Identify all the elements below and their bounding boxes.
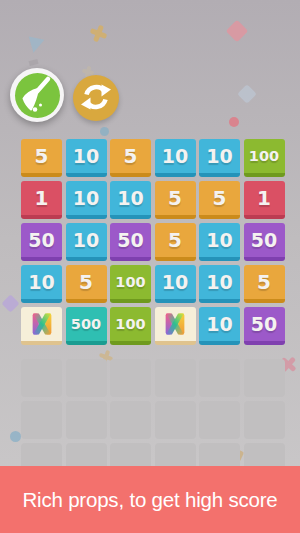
circle-confetti (100, 127, 109, 136)
empty-cell (155, 401, 196, 439)
number-tile[interactable]: 100 (244, 139, 285, 177)
number-tile[interactable]: 10 (199, 307, 240, 345)
circle-confetti (229, 117, 239, 127)
dash-confetti (29, 59, 39, 66)
number-tile[interactable]: 50 (244, 223, 285, 261)
number-tile[interactable]: 10 (110, 181, 151, 219)
broom-icon (15, 71, 60, 120)
number-tile[interactable]: 100 (110, 307, 151, 345)
number-tile[interactable]: 5 (110, 139, 151, 177)
number-tile[interactable]: 5 (244, 265, 285, 303)
clean-button[interactable] (10, 68, 64, 122)
promo-banner: Rich props, to get high score (0, 466, 300, 533)
screen: 5105101010011010551501050510501051001010… (0, 0, 300, 533)
promo-text: Rich props, to get high score (22, 488, 277, 512)
number-tile[interactable]: 10 (155, 139, 196, 177)
number-tile[interactable]: 10 (66, 181, 107, 219)
number-tile[interactable]: 10 (199, 265, 240, 303)
number-tile[interactable]: 10 (66, 223, 107, 261)
number-tile[interactable]: 5 (155, 181, 196, 219)
number-tile[interactable]: 10 (21, 265, 62, 303)
empty-cell (110, 359, 151, 397)
number-tile[interactable]: 5 (66, 265, 107, 303)
empty-cell (244, 401, 285, 439)
number-tile[interactable]: 1 (21, 181, 62, 219)
refresh-icon (73, 73, 119, 123)
number-tile[interactable]: 10 (66, 139, 107, 177)
number-tile[interactable]: 50 (244, 307, 285, 345)
empty-cell (110, 401, 151, 439)
triangle-confetti (26, 37, 45, 55)
empty-cell (21, 401, 62, 439)
number-tile[interactable]: 100 (110, 265, 151, 303)
game-board: 5105101010011010551501050510501051001010… (21, 139, 285, 345)
empty-grid (21, 359, 285, 481)
diamond-confetti (237, 84, 257, 104)
number-tile[interactable]: 5 (21, 139, 62, 177)
number-tile[interactable]: 5 (155, 223, 196, 261)
empty-cell (21, 359, 62, 397)
empty-cell (155, 359, 196, 397)
diamond-confetti (226, 20, 249, 43)
circle-confetti (10, 431, 21, 442)
number-tile[interactable]: 10 (199, 139, 240, 177)
diamond-confetti (1, 294, 19, 312)
number-tile[interactable]: 500 (66, 307, 107, 345)
number-tile[interactable]: 10 (155, 265, 196, 303)
number-tile[interactable]: 1 (244, 181, 285, 219)
empty-cell (199, 401, 240, 439)
empty-cell (66, 359, 107, 397)
number-tile[interactable]: 50 (110, 223, 151, 261)
prop-tile[interactable] (21, 307, 62, 345)
number-tile[interactable]: 5 (199, 181, 240, 219)
plus-confetti (87, 22, 109, 44)
empty-cell (244, 359, 285, 397)
number-tile[interactable]: 10 (199, 223, 240, 261)
empty-cell (199, 359, 240, 397)
empty-cell (66, 401, 107, 439)
refresh-button[interactable] (73, 75, 119, 121)
number-tile[interactable]: 50 (21, 223, 62, 261)
prop-tile[interactable] (155, 307, 196, 345)
